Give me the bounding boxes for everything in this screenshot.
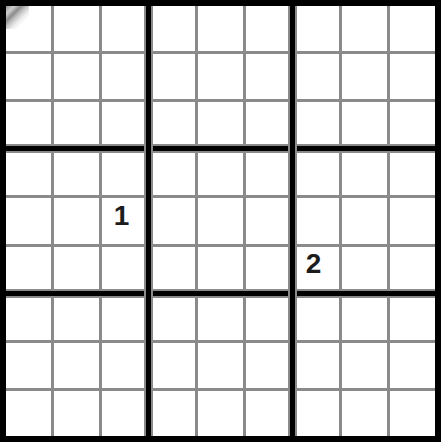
cell-r8c9[interactable] xyxy=(390,343,435,388)
cell-r1c6[interactable] xyxy=(246,6,291,51)
cell-r8c1[interactable] xyxy=(6,343,51,388)
cell-r7c7[interactable] xyxy=(294,295,339,340)
cell-r4c6[interactable] xyxy=(246,150,291,195)
cell-r6c9[interactable] xyxy=(390,247,435,292)
cell-r8c2[interactable] xyxy=(54,343,99,388)
given-digit: 1 xyxy=(114,202,130,230)
cell-r2c9[interactable] xyxy=(390,54,435,99)
cell-r7c3[interactable] xyxy=(102,295,147,340)
cell-r5c8[interactable] xyxy=(342,198,387,243)
cell-r4c2[interactable] xyxy=(54,150,99,195)
cell-r4c4[interactable] xyxy=(150,150,195,195)
cell-r4c9[interactable] xyxy=(390,150,435,195)
given-digit: 2 xyxy=(306,250,322,278)
cell-r6c5[interactable] xyxy=(198,247,243,292)
cell-r9c1[interactable] xyxy=(6,391,51,436)
cell-r3c2[interactable] xyxy=(54,102,99,147)
cell-r4c8[interactable] xyxy=(342,150,387,195)
cell-r4c3[interactable] xyxy=(102,150,147,195)
cell-r9c7[interactable] xyxy=(294,391,339,436)
cell-r5c3[interactable]: 1 xyxy=(102,198,147,243)
cell-r3c6[interactable] xyxy=(246,102,291,147)
cell-r1c4[interactable] xyxy=(150,6,195,51)
cell-r2c2[interactable] xyxy=(54,54,99,99)
cell-r5c9[interactable] xyxy=(390,198,435,243)
cell-r2c5[interactable] xyxy=(198,54,243,99)
cell-r4c7[interactable] xyxy=(294,150,339,195)
cell-r6c2[interactable] xyxy=(54,247,99,292)
cell-r5c5[interactable] xyxy=(198,198,243,243)
cell-r3c4[interactable] xyxy=(150,102,195,147)
cell-r2c7[interactable] xyxy=(294,54,339,99)
sudoku-board: 12 xyxy=(0,0,441,442)
cell-r7c2[interactable] xyxy=(54,295,99,340)
cell-r7c4[interactable] xyxy=(150,295,195,340)
cell-r5c6[interactable] xyxy=(246,198,291,243)
cell-r2c8[interactable] xyxy=(342,54,387,99)
cell-r2c3[interactable] xyxy=(102,54,147,99)
cell-r7c1[interactable] xyxy=(6,295,51,340)
cell-r4c1[interactable] xyxy=(6,150,51,195)
cell-r3c8[interactable] xyxy=(342,102,387,147)
cell-r3c9[interactable] xyxy=(390,102,435,147)
cell-r6c6[interactable] xyxy=(246,247,291,292)
cell-r6c3[interactable] xyxy=(102,247,147,292)
cell-r1c7[interactable] xyxy=(294,6,339,51)
cell-r8c6[interactable] xyxy=(246,343,291,388)
cell-r9c5[interactable] xyxy=(198,391,243,436)
cell-r9c3[interactable] xyxy=(102,391,147,436)
cell-r7c8[interactable] xyxy=(342,295,387,340)
cell-r6c4[interactable] xyxy=(150,247,195,292)
cell-r9c2[interactable] xyxy=(54,391,99,436)
cell-r5c7[interactable] xyxy=(294,198,339,243)
cell-r8c7[interactable] xyxy=(294,343,339,388)
cell-r8c8[interactable] xyxy=(342,343,387,388)
cell-r1c9[interactable] xyxy=(390,6,435,51)
cell-r8c3[interactable] xyxy=(102,343,147,388)
cell-r1c5[interactable] xyxy=(198,6,243,51)
sudoku-grid: 12 xyxy=(6,6,435,436)
cell-r9c4[interactable] xyxy=(150,391,195,436)
cell-r7c9[interactable] xyxy=(390,295,435,340)
cell-r6c8[interactable] xyxy=(342,247,387,292)
cell-r7c6[interactable] xyxy=(246,295,291,340)
cell-r1c1[interactable] xyxy=(6,6,51,51)
cell-r2c1[interactable] xyxy=(6,54,51,99)
cell-r9c9[interactable] xyxy=(390,391,435,436)
cell-r2c4[interactable] xyxy=(150,54,195,99)
cell-r3c3[interactable] xyxy=(102,102,147,147)
cell-r1c3[interactable] xyxy=(102,6,147,51)
cell-r7c5[interactable] xyxy=(198,295,243,340)
cell-r5c1[interactable] xyxy=(6,198,51,243)
cell-r6c1[interactable] xyxy=(6,247,51,292)
cell-r3c5[interactable] xyxy=(198,102,243,147)
cell-r9c6[interactable] xyxy=(246,391,291,436)
cell-r5c2[interactable] xyxy=(54,198,99,243)
cell-r1c2[interactable] xyxy=(54,6,99,51)
cell-r5c4[interactable] xyxy=(150,198,195,243)
cell-r3c7[interactable] xyxy=(294,102,339,147)
cell-r3c1[interactable] xyxy=(6,102,51,147)
cell-r4c5[interactable] xyxy=(198,150,243,195)
cell-r8c5[interactable] xyxy=(198,343,243,388)
cell-r8c4[interactable] xyxy=(150,343,195,388)
cell-r2c6[interactable] xyxy=(246,54,291,99)
cell-r6c7[interactable]: 2 xyxy=(294,247,339,292)
cell-r1c8[interactable] xyxy=(342,6,387,51)
cell-r9c8[interactable] xyxy=(342,391,387,436)
